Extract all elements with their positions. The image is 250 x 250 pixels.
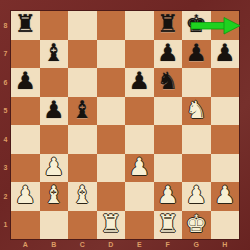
square-e7[interactable] — [125, 40, 154, 69]
square-a2[interactable]: ♟ — [11, 182, 40, 211]
square-g3[interactable] — [182, 154, 211, 183]
square-d2[interactable] — [97, 182, 126, 211]
piece-black-pawn-f7[interactable]: ♟ — [157, 41, 179, 65]
piece-black-bishop-c5[interactable]: ♝ — [71, 98, 93, 122]
chess-board: ♜♜♚♝♟♟♟♟♟♞♟♝♞♟♟♟♝♝♟♟♟♜♜♚ — [11, 11, 239, 239]
file-label-h: H — [211, 239, 240, 250]
square-b3[interactable]: ♟ — [40, 154, 69, 183]
square-h5[interactable] — [211, 97, 240, 126]
piece-black-king-g8[interactable]: ♚ — [185, 12, 207, 36]
square-d5[interactable] — [97, 97, 126, 126]
square-d6[interactable] — [97, 68, 126, 97]
rank-coordinates: 87654321 — [0, 11, 11, 239]
square-b6[interactable] — [40, 68, 69, 97]
piece-black-rook-f8[interactable]: ♜ — [157, 12, 179, 36]
piece-white-pawn-e3[interactable]: ♟ — [128, 155, 150, 179]
piece-white-pawn-g2[interactable]: ♟ — [185, 183, 207, 207]
square-f6[interactable]: ♞ — [154, 68, 183, 97]
square-e8[interactable] — [125, 11, 154, 40]
square-d4[interactable] — [97, 125, 126, 154]
square-h7[interactable]: ♟ — [211, 40, 240, 69]
square-a6[interactable]: ♟ — [11, 68, 40, 97]
square-h3[interactable] — [211, 154, 240, 183]
square-d7[interactable] — [97, 40, 126, 69]
piece-white-pawn-b3[interactable]: ♟ — [43, 155, 65, 179]
rank-label-8: 8 — [0, 11, 11, 40]
square-f7[interactable]: ♟ — [154, 40, 183, 69]
piece-black-rook-a8[interactable]: ♜ — [14, 12, 36, 36]
square-c4[interactable] — [68, 125, 97, 154]
square-e6[interactable]: ♟ — [125, 68, 154, 97]
square-a3[interactable] — [11, 154, 40, 183]
square-a8[interactable]: ♜ — [11, 11, 40, 40]
square-h2[interactable]: ♟ — [211, 182, 240, 211]
square-f1[interactable]: ♜ — [154, 211, 183, 240]
file-label-d: D — [97, 239, 126, 250]
file-label-g: G — [182, 239, 211, 250]
piece-white-pawn-f2[interactable]: ♟ — [157, 183, 179, 207]
square-f5[interactable] — [154, 97, 183, 126]
rank-label-2: 2 — [0, 182, 11, 211]
square-a4[interactable] — [11, 125, 40, 154]
rank-label-3: 3 — [0, 154, 11, 183]
chess-board-frame: 87654321 ♜♜♚♝♟♟♟♟♟♞♟♝♞♟♟♟♝♝♟♟♟♜♜♚ ABCDEF… — [0, 0, 250, 250]
piece-white-rook-d1[interactable]: ♜ — [100, 212, 122, 236]
piece-black-pawn-a6[interactable]: ♟ — [14, 69, 36, 93]
piece-white-rook-f1[interactable]: ♜ — [157, 212, 179, 236]
file-label-e: E — [125, 239, 154, 250]
square-h4[interactable] — [211, 125, 240, 154]
square-h1[interactable] — [211, 211, 240, 240]
piece-black-pawn-e6[interactable]: ♟ — [128, 69, 150, 93]
square-e1[interactable] — [125, 211, 154, 240]
piece-white-bishop-b2[interactable]: ♝ — [43, 183, 65, 207]
piece-black-pawn-h7[interactable]: ♟ — [214, 41, 236, 65]
square-e5[interactable] — [125, 97, 154, 126]
piece-white-bishop-c2[interactable]: ♝ — [71, 183, 93, 207]
square-f3[interactable] — [154, 154, 183, 183]
rank-label-6: 6 — [0, 68, 11, 97]
square-b5[interactable]: ♟ — [40, 97, 69, 126]
rank-label-7: 7 — [0, 40, 11, 69]
square-e2[interactable] — [125, 182, 154, 211]
square-b4[interactable] — [40, 125, 69, 154]
file-label-a: A — [11, 239, 40, 250]
square-f8[interactable]: ♜ — [154, 11, 183, 40]
square-g5[interactable]: ♞ — [182, 97, 211, 126]
piece-white-pawn-h2[interactable]: ♟ — [214, 183, 236, 207]
square-f2[interactable]: ♟ — [154, 182, 183, 211]
piece-white-knight-g5[interactable]: ♞ — [185, 98, 207, 122]
square-g2[interactable]: ♟ — [182, 182, 211, 211]
square-c5[interactable]: ♝ — [68, 97, 97, 126]
piece-black-bishop-b7[interactable]: ♝ — [43, 41, 65, 65]
square-c6[interactable] — [68, 68, 97, 97]
square-g4[interactable] — [182, 125, 211, 154]
square-d8[interactable] — [97, 11, 126, 40]
piece-black-pawn-b5[interactable]: ♟ — [43, 98, 65, 122]
square-b8[interactable] — [40, 11, 69, 40]
rank-label-1: 1 — [0, 211, 11, 240]
square-c2[interactable]: ♝ — [68, 182, 97, 211]
rank-label-4: 4 — [0, 125, 11, 154]
square-h8[interactable] — [211, 11, 240, 40]
square-b1[interactable] — [40, 211, 69, 240]
piece-white-king-g1[interactable]: ♚ — [185, 212, 207, 236]
square-e4[interactable] — [125, 125, 154, 154]
square-c1[interactable] — [68, 211, 97, 240]
square-a1[interactable] — [11, 211, 40, 240]
square-a7[interactable] — [11, 40, 40, 69]
square-e3[interactable]: ♟ — [125, 154, 154, 183]
square-h6[interactable] — [211, 68, 240, 97]
square-f4[interactable] — [154, 125, 183, 154]
file-coordinates: ABCDEFGH — [11, 239, 239, 250]
rank-label-5: 5 — [0, 97, 11, 126]
piece-black-knight-f6[interactable]: ♞ — [157, 69, 179, 93]
file-label-c: C — [68, 239, 97, 250]
file-label-b: B — [40, 239, 69, 250]
square-c3[interactable] — [68, 154, 97, 183]
square-g6[interactable] — [182, 68, 211, 97]
square-a5[interactable] — [11, 97, 40, 126]
square-b7[interactable]: ♝ — [40, 40, 69, 69]
file-label-f: F — [154, 239, 183, 250]
square-c8[interactable] — [68, 11, 97, 40]
piece-white-pawn-a2[interactable]: ♟ — [14, 183, 36, 207]
square-c7[interactable] — [68, 40, 97, 69]
square-d1[interactable]: ♜ — [97, 211, 126, 240]
square-b2[interactable]: ♝ — [40, 182, 69, 211]
square-g1[interactable]: ♚ — [182, 211, 211, 240]
square-g7[interactable]: ♟ — [182, 40, 211, 69]
piece-black-pawn-g7[interactable]: ♟ — [185, 41, 207, 65]
square-g8[interactable]: ♚ — [182, 11, 211, 40]
square-d3[interactable] — [97, 154, 126, 183]
